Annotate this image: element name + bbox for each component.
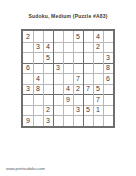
page-title: Sudoku, Medium (Puzzle #A83): [0, 13, 136, 19]
sudoku-board: 2543425363847638427597235193: [21, 29, 115, 128]
sudoku-page: Sudoku, Medium (Puzzle #A83) 25434253638…: [0, 0, 136, 176]
footer-url: www.printsudoku.com: [6, 166, 45, 171]
cell-r9c9: [103, 115, 113, 126]
